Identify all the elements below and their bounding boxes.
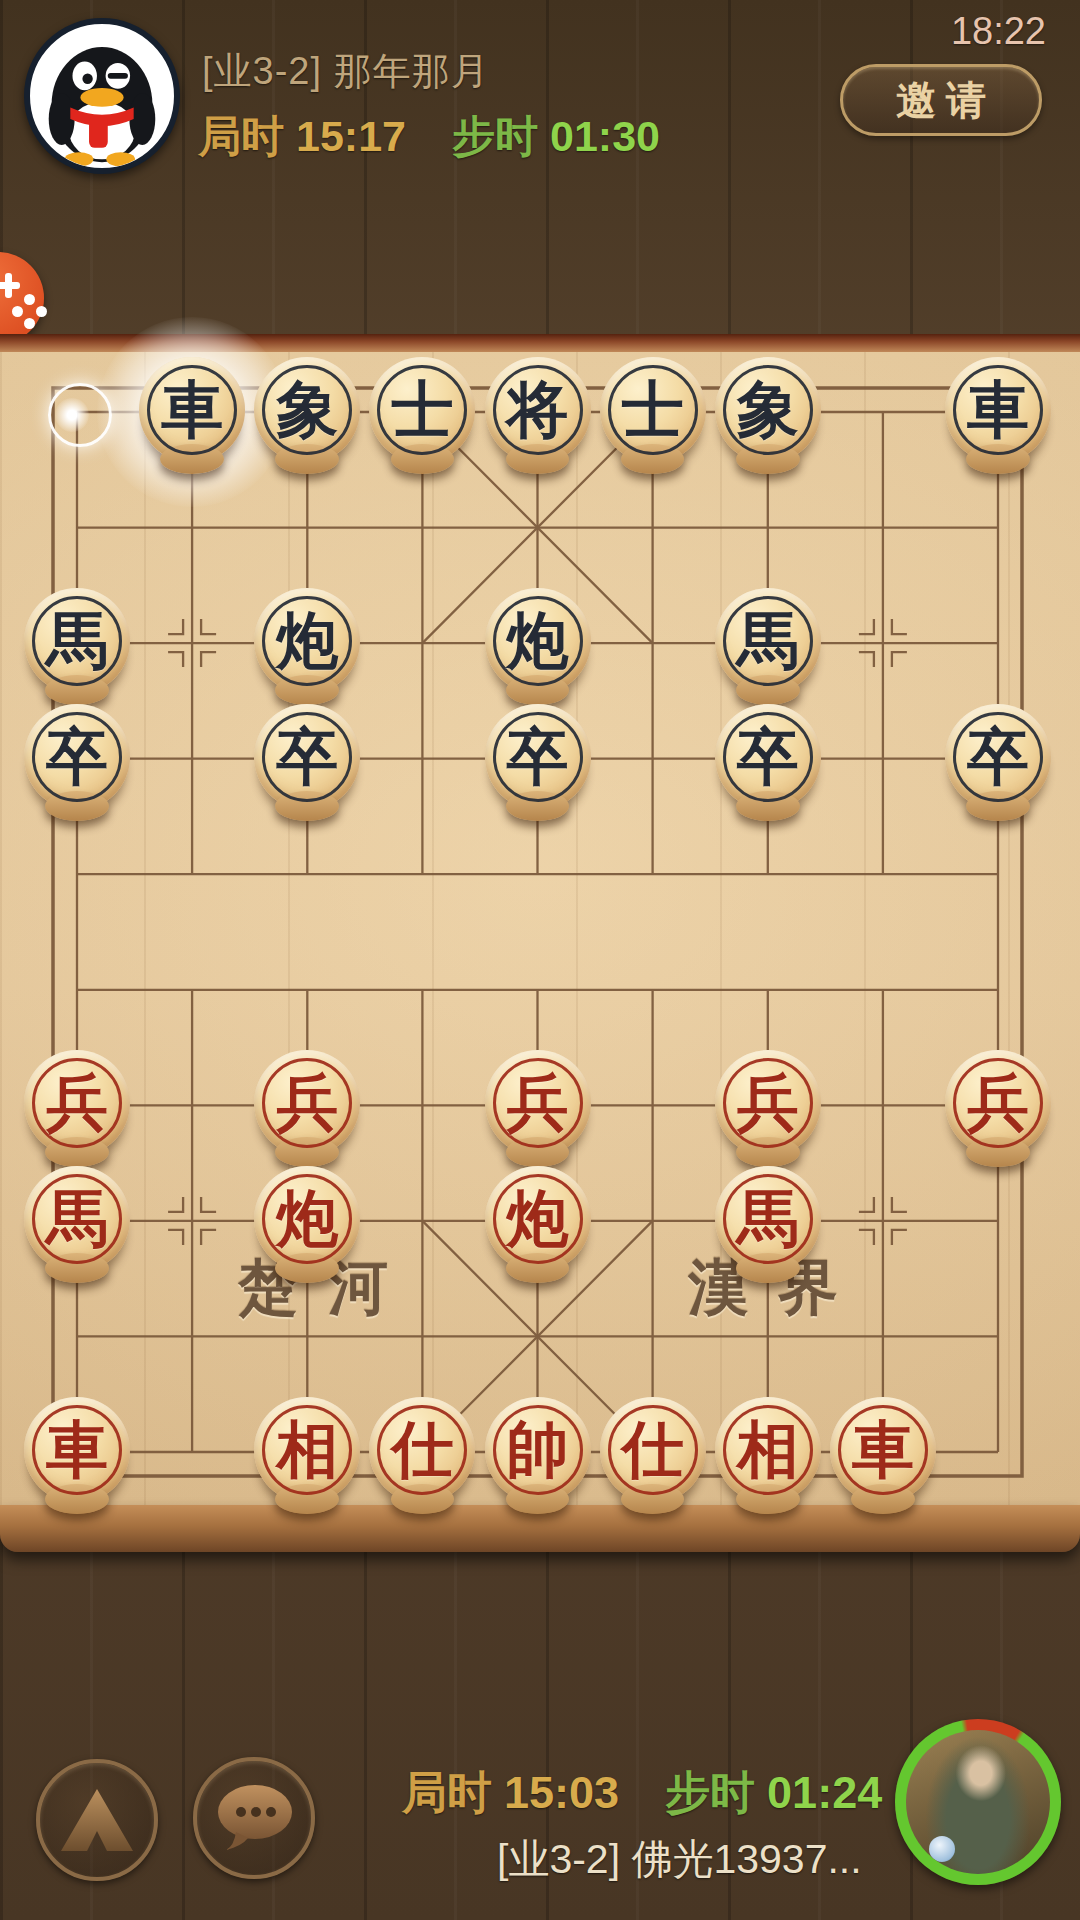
gamepad-dot: [24, 318, 35, 329]
invite-button[interactable]: 邀请: [840, 64, 1042, 136]
piece-black-炮[interactable]: 炮: [485, 588, 591, 694]
piece-black-車[interactable]: 車: [945, 357, 1051, 463]
chat-bubble-icon: [214, 1784, 294, 1852]
piece-character: 卒: [276, 726, 338, 788]
player-move-time: 01:24: [767, 1767, 882, 1818]
opponent-avatar[interactable]: [24, 18, 180, 174]
gamepad-dot: [12, 306, 23, 317]
piece-character: 炮: [507, 1188, 569, 1250]
piece-red-炮[interactable]: 炮: [254, 1166, 360, 1272]
avatar-badge-icon: [929, 1836, 955, 1862]
piece-red-馬[interactable]: 馬: [24, 1166, 130, 1272]
piece-character: 馬: [737, 1188, 799, 1250]
piece-black-卒[interactable]: 卒: [24, 704, 130, 810]
piece-black-士[interactable]: 士: [369, 357, 475, 463]
piece-black-象[interactable]: 象: [254, 357, 360, 463]
piece-red-兵[interactable]: 兵: [24, 1050, 130, 1156]
piece-red-兵[interactable]: 兵: [715, 1050, 821, 1156]
chevron-up-icon: [61, 1789, 133, 1851]
piece-character: 象: [737, 379, 799, 441]
piece-character: 卒: [737, 726, 799, 788]
piece-character: 仕: [391, 1419, 453, 1481]
piece-character: 炮: [276, 1188, 338, 1250]
piece-red-車[interactable]: 車: [830, 1397, 936, 1503]
piece-black-車[interactable]: 車: [139, 357, 245, 463]
xiangqi-board[interactable]: 楚河 漢界: [0, 334, 1080, 1552]
piece-character: 卒: [507, 726, 569, 788]
piece-character: 相: [276, 1419, 338, 1481]
piece-red-炮[interactable]: 炮: [485, 1166, 591, 1272]
piece-black-卒[interactable]: 卒: [945, 704, 1051, 810]
piece-character: 相: [737, 1419, 799, 1481]
piece-black-士[interactable]: 士: [600, 357, 706, 463]
piece-red-相[interactable]: 相: [254, 1397, 360, 1503]
piece-red-馬[interactable]: 馬: [715, 1166, 821, 1272]
gamepad-cross-v: [5, 273, 12, 298]
piece-black-馬[interactable]: 馬: [24, 588, 130, 694]
player-avatar: [906, 1730, 1050, 1874]
piece-black-卒[interactable]: 卒: [254, 704, 360, 810]
player-name: [业3-2] 佛光13937...: [497, 1832, 862, 1887]
piece-black-将[interactable]: 将: [485, 357, 591, 463]
opponent-move-time: 01:30: [550, 112, 660, 160]
piece-red-兵[interactable]: 兵: [945, 1050, 1051, 1156]
board-surface: 楚河 漢界: [0, 352, 1080, 1505]
piece-character: 兵: [967, 1072, 1029, 1134]
piece-character: 炮: [507, 610, 569, 672]
piece-character: 車: [161, 379, 223, 441]
gamepad-icon[interactable]: [0, 252, 44, 344]
qq-penguin-icon: [30, 24, 174, 168]
player-game-time: 15:03: [504, 1767, 619, 1818]
piece-character: 車: [46, 1419, 108, 1481]
piece-character: 馬: [46, 1188, 108, 1250]
piece-character: 馬: [737, 610, 799, 672]
piece-red-車[interactable]: 車: [24, 1397, 130, 1503]
piece-character: 兵: [46, 1072, 108, 1134]
piece-character: 卒: [46, 726, 108, 788]
gamepad-dot: [24, 294, 35, 305]
piece-character: 車: [967, 379, 1029, 441]
player-avatar-timer-ring[interactable]: [895, 1719, 1061, 1885]
piece-red-兵[interactable]: 兵: [254, 1050, 360, 1156]
piece-character: 士: [391, 379, 453, 441]
piece-black-象[interactable]: 象: [715, 357, 821, 463]
gamepad-dot: [36, 306, 47, 317]
piece-red-仕[interactable]: 仕: [369, 1397, 475, 1503]
opponent-game-time: 15:17: [296, 112, 406, 160]
piece-character: 士: [622, 379, 684, 441]
expand-button[interactable]: [36, 1759, 158, 1881]
opponent-move-time-label: 步时: [452, 112, 538, 160]
opponent-game-time-label: 局时: [198, 112, 284, 160]
piece-black-馬[interactable]: 馬: [715, 588, 821, 694]
piece-red-仕[interactable]: 仕: [600, 1397, 706, 1503]
piece-character: 兵: [276, 1072, 338, 1134]
chat-button[interactable]: [193, 1757, 315, 1879]
piece-character: 車: [852, 1419, 914, 1481]
piece-red-帥[interactable]: 帥: [485, 1397, 591, 1503]
player-timers: 局时15:03步时01:24: [402, 1763, 882, 1823]
piece-red-兵[interactable]: 兵: [485, 1050, 591, 1156]
game-screen: [业3-2] 那年那月 局时15:17步时01:30 18:22 邀请: [0, 0, 1080, 1920]
piece-character: 将: [507, 379, 569, 441]
player-move-time-label: 步时: [665, 1767, 755, 1818]
piece-red-相[interactable]: 相: [715, 1397, 821, 1503]
piece-character: 兵: [737, 1072, 799, 1134]
board-grid: [0, 352, 1080, 1505]
piece-character: 馬: [46, 610, 108, 672]
piece-character: 炮: [276, 610, 338, 672]
system-clock: 18:22: [951, 10, 1046, 53]
piece-character: 兵: [507, 1072, 569, 1134]
piece-character: 象: [276, 379, 338, 441]
piece-black-炮[interactable]: 炮: [254, 588, 360, 694]
piece-character: 仕: [622, 1419, 684, 1481]
player-game-time-label: 局时: [402, 1767, 492, 1818]
piece-black-卒[interactable]: 卒: [715, 704, 821, 810]
piece-character: 帥: [507, 1419, 569, 1481]
opponent-timers: 局时15:17步时01:30: [198, 108, 660, 166]
piece-character: 卒: [967, 726, 1029, 788]
opponent-name: [业3-2] 那年那月: [202, 46, 490, 97]
piece-black-卒[interactable]: 卒: [485, 704, 591, 810]
